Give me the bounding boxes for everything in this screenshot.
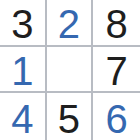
sudoku-cell-r1c2[interactable]: 7 (93, 47, 140, 94)
sudoku-board: 3 2 8 1 7 4 5 6 (0, 0, 140, 140)
sudoku-cell-r0c0[interactable]: 3 (0, 0, 47, 47)
sudoku-cell-r2c2[interactable]: 6 (93, 93, 140, 140)
cell-digit: 5 (58, 98, 80, 138)
cell-digit: 1 (11, 50, 33, 90)
cell-digit: 3 (11, 4, 33, 44)
sudoku-cell-r0c1[interactable]: 2 (47, 0, 94, 47)
sudoku-cell-r1c1[interactable] (47, 47, 94, 94)
cell-digit: 6 (106, 98, 128, 138)
cell-digit: 2 (58, 4, 80, 44)
sudoku-cell-r2c0[interactable]: 4 (0, 93, 47, 140)
cell-digit: 8 (106, 4, 128, 44)
cell-digit: 7 (106, 50, 128, 90)
sudoku-cell-r0c2[interactable]: 8 (93, 0, 140, 47)
cell-digit: 4 (11, 98, 33, 138)
sudoku-cell-r1c0[interactable]: 1 (0, 47, 47, 94)
sudoku-cell-r2c1[interactable]: 5 (47, 93, 94, 140)
